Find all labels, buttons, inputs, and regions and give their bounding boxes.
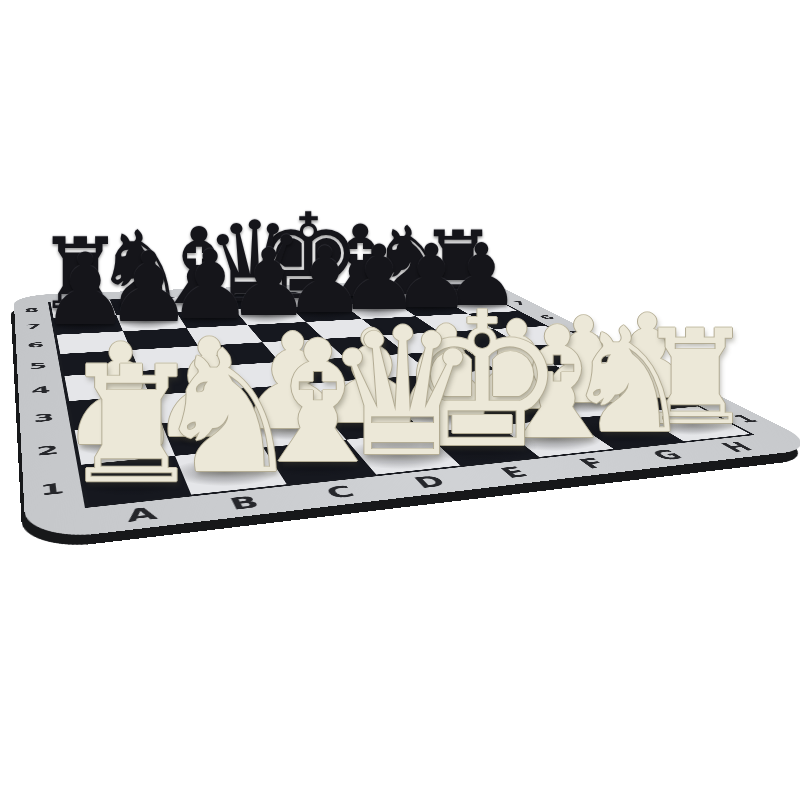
pieces-layer: ♜♞♝♛♚♝♞♜♟♟♟♟♟♟♟♟♟♟♟♟♟♟♟♟♜♞♝♛♚♝♞♜ [0, 0, 800, 800]
piece-white-rook-a1[interactable]: ♜ [51, 345, 212, 506]
chess-set-photo: ABCDEFGH1234567812345678 ♜♞♝♛♚♝♞♜♟♟♟♟♟♟♟… [0, 0, 800, 800]
